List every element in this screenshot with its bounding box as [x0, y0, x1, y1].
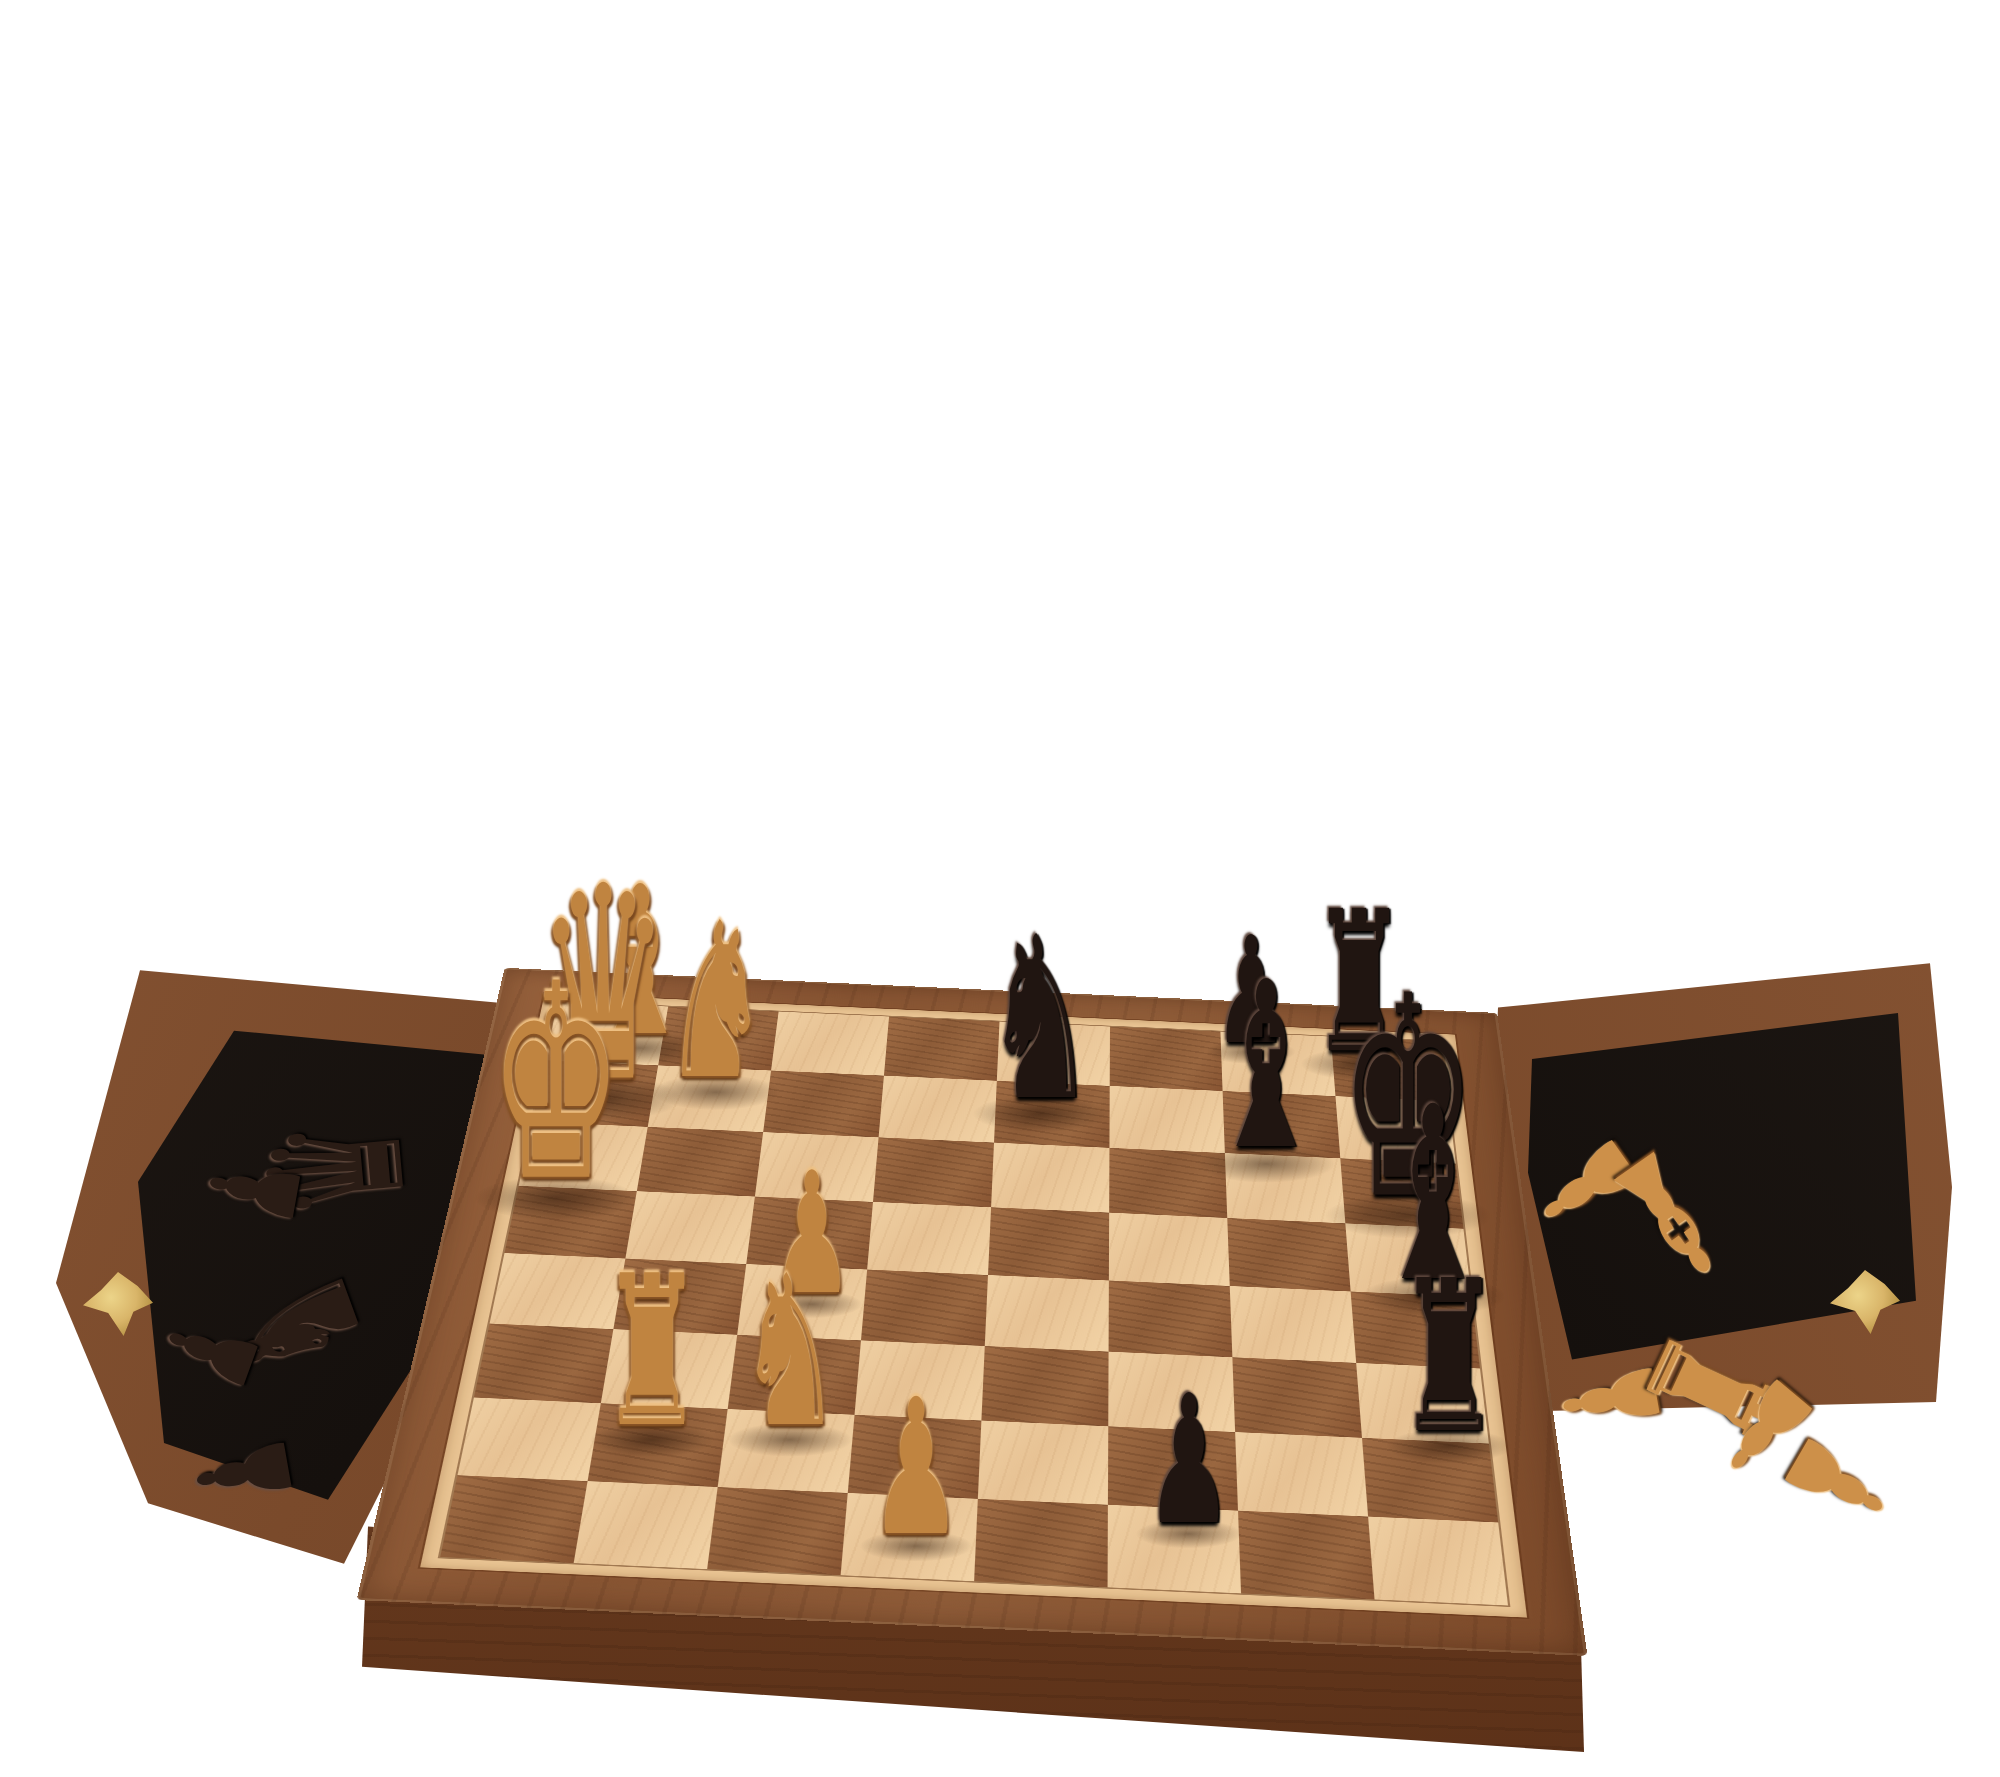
square-h1[interactable] [1368, 1517, 1508, 1606]
square-d4[interactable] [861, 1270, 988, 1346]
square-c1[interactable] [707, 1487, 848, 1575]
square-g2[interactable] [1235, 1432, 1368, 1517]
square-e4[interactable] [985, 1275, 1109, 1352]
square-c7[interactable] [763, 1071, 884, 1138]
square-b1[interactable] [574, 1481, 718, 1569]
square-d5[interactable] [867, 1202, 991, 1275]
white-knight-c6[interactable]: ♞ [663, 900, 769, 1104]
square-d6[interactable] [873, 1137, 994, 1207]
square-f5[interactable] [1109, 1213, 1230, 1286]
black-rook-h2[interactable]: ♜ [1397, 1258, 1501, 1458]
black-bishop-g6[interactable]: ♝ [1209, 958, 1322, 1177]
white-pawn-d1[interactable]: ♟ [870, 1379, 963, 1558]
square-f4[interactable] [1109, 1280, 1233, 1357]
square-a1[interactable] [440, 1475, 587, 1563]
black-knight-e8[interactable]: ♞ [985, 913, 1096, 1127]
square-e1[interactable] [974, 1499, 1108, 1587]
white-knight-d2[interactable]: ♞ [739, 1254, 842, 1452]
square-a3[interactable] [474, 1324, 613, 1404]
white-rook-c2[interactable]: ♜ [601, 1254, 704, 1452]
square-e5[interactable] [988, 1207, 1109, 1280]
square-g3[interactable] [1232, 1357, 1362, 1438]
square-c8[interactable] [771, 1012, 889, 1076]
captured-white-piece-6[interactable]: ♟ [1763, 1419, 1909, 1545]
square-g1[interactable] [1238, 1511, 1375, 1600]
white-king-b5[interactable]: ♚ [489, 956, 622, 1213]
square-e3[interactable] [981, 1346, 1108, 1426]
square-f8[interactable] [1110, 1027, 1223, 1091]
black-pawn-f1[interactable]: ♟ [1145, 1376, 1233, 1545]
square-d7[interactable] [879, 1076, 997, 1143]
square-a2[interactable] [457, 1397, 600, 1481]
chess-set-photo: ♛♟♞♟♟♟♝♟♜♟♟ ♝♟♜♞♛♞♝♚♚♝♟♜♞♜♟♟ [0, 0, 2000, 1777]
square-g4[interactable] [1230, 1286, 1356, 1363]
square-g5[interactable] [1227, 1218, 1350, 1291]
square-e2[interactable] [978, 1421, 1108, 1505]
square-d8[interactable] [884, 1017, 1000, 1081]
square-e6[interactable] [991, 1143, 1109, 1213]
square-f7[interactable] [1109, 1086, 1224, 1153]
